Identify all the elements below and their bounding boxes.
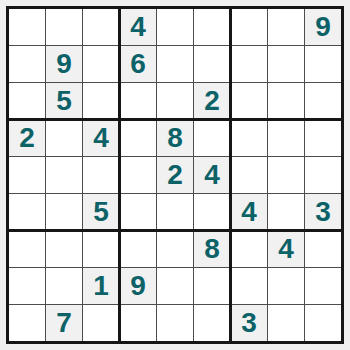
cell-r7c4[interactable]: [120, 231, 156, 267]
cell-r3c8[interactable]: [268, 83, 304, 119]
cell-r9c2: 7: [46, 305, 82, 341]
cell-r1c2[interactable]: [46, 9, 82, 45]
cell-r9c1[interactable]: [9, 305, 45, 341]
cell-r6c6[interactable]: [194, 194, 230, 230]
cell-r2c4: 6: [120, 46, 156, 82]
cell-r2c1[interactable]: [9, 46, 45, 82]
cell-r6c8[interactable]: [268, 194, 304, 230]
cell-r2c2: 9: [46, 46, 82, 82]
cell-r7c6: 8: [194, 231, 230, 267]
cell-r1c7[interactable]: [231, 9, 267, 45]
cell-r8c8[interactable]: [268, 268, 304, 304]
cell-r4c4[interactable]: [120, 120, 156, 156]
cell-r3c3[interactable]: [83, 83, 119, 119]
cell-r6c4[interactable]: [120, 194, 156, 230]
cell-r2c6[interactable]: [194, 46, 230, 82]
cell-r8c6[interactable]: [194, 268, 230, 304]
cell-r5c8[interactable]: [268, 157, 304, 193]
cell-r4c5: 8: [157, 120, 193, 156]
cell-r4c7[interactable]: [231, 120, 267, 156]
cell-r9c8[interactable]: [268, 305, 304, 341]
cell-r6c2[interactable]: [46, 194, 82, 230]
cell-r1c4: 4: [120, 9, 156, 45]
cell-r5c2[interactable]: [46, 157, 82, 193]
cell-r5c3[interactable]: [83, 157, 119, 193]
cell-r4c2[interactable]: [46, 120, 82, 156]
cell-r9c5[interactable]: [157, 305, 193, 341]
cell-r2c8[interactable]: [268, 46, 304, 82]
cell-r1c8[interactable]: [268, 9, 304, 45]
cell-r7c5[interactable]: [157, 231, 193, 267]
cell-r8c9[interactable]: [305, 268, 341, 304]
cell-r9c6[interactable]: [194, 305, 230, 341]
cell-r9c9[interactable]: [305, 305, 341, 341]
cell-r4c1: 2: [9, 120, 45, 156]
cell-r8c4: 9: [120, 268, 156, 304]
cell-r7c3[interactable]: [83, 231, 119, 267]
cell-r8c2[interactable]: [46, 268, 82, 304]
cell-r6c7: 4: [231, 194, 267, 230]
cell-r2c3[interactable]: [83, 46, 119, 82]
cell-r4c3: 4: [83, 120, 119, 156]
cell-r1c6[interactable]: [194, 9, 230, 45]
cell-r9c4[interactable]: [120, 305, 156, 341]
cell-r5c1[interactable]: [9, 157, 45, 193]
cell-r4c6[interactable]: [194, 120, 230, 156]
cell-r1c1[interactable]: [9, 9, 45, 45]
cell-r5c6: 4: [194, 157, 230, 193]
cell-r9c7: 3: [231, 305, 267, 341]
cell-r3c6: 2: [194, 83, 230, 119]
cell-r6c9: 3: [305, 194, 341, 230]
cell-r7c7[interactable]: [231, 231, 267, 267]
cell-r3c4[interactable]: [120, 83, 156, 119]
cell-r4c9[interactable]: [305, 120, 341, 156]
cell-r3c2: 5: [46, 83, 82, 119]
cell-r8c5[interactable]: [157, 268, 193, 304]
cell-r2c9[interactable]: [305, 46, 341, 82]
cell-r6c3: 5: [83, 194, 119, 230]
cell-r2c5[interactable]: [157, 46, 193, 82]
cell-r3c9[interactable]: [305, 83, 341, 119]
cell-r4c8[interactable]: [268, 120, 304, 156]
cell-r3c5[interactable]: [157, 83, 193, 119]
cell-r2c7[interactable]: [231, 46, 267, 82]
sudoku-board-container: 49965224824543841973: [6, 6, 344, 344]
cell-r5c7[interactable]: [231, 157, 267, 193]
cell-r3c7[interactable]: [231, 83, 267, 119]
cell-r8c1[interactable]: [9, 268, 45, 304]
cell-r8c7[interactable]: [231, 268, 267, 304]
cell-r5c9[interactable]: [305, 157, 341, 193]
sudoku-board: 49965224824543841973: [6, 6, 344, 344]
cell-r5c5: 2: [157, 157, 193, 193]
cell-r3c1[interactable]: [9, 83, 45, 119]
cell-r6c1[interactable]: [9, 194, 45, 230]
cell-r7c2[interactable]: [46, 231, 82, 267]
cell-r7c8: 4: [268, 231, 304, 267]
cell-r7c1[interactable]: [9, 231, 45, 267]
cell-r9c3[interactable]: [83, 305, 119, 341]
cell-r1c9: 9: [305, 9, 341, 45]
cell-r1c3[interactable]: [83, 9, 119, 45]
cell-r1c5[interactable]: [157, 9, 193, 45]
cell-r7c9[interactable]: [305, 231, 341, 267]
cell-r5c4[interactable]: [120, 157, 156, 193]
cell-r6c5[interactable]: [157, 194, 193, 230]
cell-r8c3: 1: [83, 268, 119, 304]
